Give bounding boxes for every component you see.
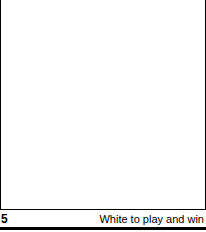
bottom-rule (0, 227, 206, 230)
chess-board (0, 0, 206, 210)
caption-bar: 5 White to play and win (0, 210, 206, 227)
diagram-page: 5 White to play and win (0, 0, 206, 232)
caption-text: White to play and win (99, 213, 204, 225)
diagram-number: 5 (1, 212, 8, 226)
